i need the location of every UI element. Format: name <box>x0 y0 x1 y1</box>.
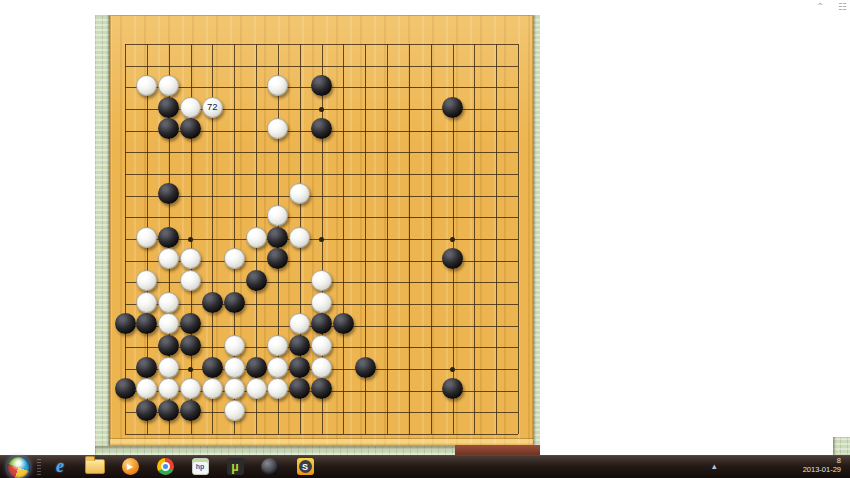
tatami-border-left <box>95 15 110 446</box>
black-stone <box>442 248 463 269</box>
white-stone <box>246 378 267 399</box>
grid-line-vertical <box>431 44 432 434</box>
black-stone <box>158 400 179 421</box>
black-stone <box>136 357 157 378</box>
collapse-chevron-icon[interactable]: ⌃ <box>816 1 824 13</box>
black-stone <box>246 270 267 291</box>
white-stone <box>158 248 179 269</box>
black-stone <box>180 313 201 334</box>
black-stone <box>202 292 223 313</box>
black-stone <box>158 227 179 248</box>
white-stone <box>224 378 245 399</box>
taskbar-icon-utorrent[interactable]: µ <box>223 456 247 477</box>
white-stone <box>246 227 267 248</box>
windows-start-orb[interactable] <box>7 456 30 478</box>
black-stone <box>355 357 376 378</box>
star-point <box>188 367 193 372</box>
white-stone <box>311 357 332 378</box>
white-stone <box>267 118 288 139</box>
utorrent-icon: µ <box>227 458 244 475</box>
white-stone <box>158 378 179 399</box>
black-stone <box>202 357 223 378</box>
internet-explorer-icon: e <box>56 456 64 477</box>
taskbar-icon-file-explorer[interactable] <box>83 456 107 477</box>
taskbar-grip <box>37 458 41 475</box>
white-stone <box>224 400 245 421</box>
go-grid[interactable]: 72 <box>125 44 518 434</box>
taskbar-icon-media-player[interactable]: ▶ <box>118 456 142 477</box>
star-point <box>450 367 455 372</box>
white-stone <box>311 292 332 313</box>
black-stone <box>442 97 463 118</box>
black-stone <box>311 313 332 334</box>
black-stone <box>158 335 179 356</box>
taskbar-icon-hp-app[interactable]: hp <box>188 456 212 477</box>
go-game-app-icon <box>261 458 279 476</box>
white-stone <box>311 335 332 356</box>
star-point <box>188 237 193 242</box>
white-stone <box>158 75 179 96</box>
white-stone <box>180 97 201 118</box>
white-stone <box>158 357 179 378</box>
star-point <box>319 237 324 242</box>
black-stone <box>289 357 310 378</box>
white-stone <box>136 270 157 291</box>
white-stone <box>202 378 223 399</box>
white-stone <box>136 227 157 248</box>
star-point <box>450 237 455 242</box>
white-stone <box>180 270 201 291</box>
taskbar-icon-chrome[interactable] <box>153 456 177 477</box>
tatami-corner-patch <box>833 437 850 455</box>
black-stone <box>311 378 332 399</box>
black-stone <box>180 335 201 356</box>
menu-grid-icon[interactable]: ☷ <box>838 1 847 13</box>
file-explorer-icon <box>85 459 105 474</box>
white-stone <box>180 248 201 269</box>
white-stone <box>289 313 310 334</box>
black-stone <box>158 183 179 204</box>
hp-app-icon: hp <box>192 458 209 475</box>
white-stone <box>267 357 288 378</box>
black-stone <box>442 378 463 399</box>
black-stone <box>115 378 136 399</box>
taskbar-icon-go-game-app[interactable] <box>258 456 282 477</box>
taskbar-icon-s-app[interactable]: S <box>293 456 317 477</box>
black-stone <box>224 292 245 313</box>
white-stone <box>224 357 245 378</box>
white-stone <box>267 205 288 226</box>
black-stone <box>180 118 201 139</box>
white-stone: 72 <box>202 97 223 118</box>
black-stone <box>289 378 310 399</box>
black-stone <box>246 357 267 378</box>
grid-line-vertical <box>409 44 410 434</box>
tray-clock-fragment[interactable]: 8 <box>837 457 841 465</box>
black-stone <box>267 227 288 248</box>
white-stone <box>136 378 157 399</box>
white-stone <box>158 313 179 334</box>
grid-line-horizontal <box>125 434 518 435</box>
white-stone <box>224 248 245 269</box>
black-stone <box>115 313 136 334</box>
media-player-icon: ▶ <box>122 458 139 475</box>
black-stone <box>311 75 332 96</box>
grid-line-vertical <box>343 44 344 434</box>
tatami-border-right <box>533 15 540 446</box>
grid-line-vertical <box>474 44 475 434</box>
black-stone <box>289 335 310 356</box>
s-app-icon: S <box>297 458 314 475</box>
white-stone <box>180 378 201 399</box>
taskbar-icon-internet-explorer[interactable]: e <box>48 456 72 477</box>
grid-line-vertical <box>518 44 519 434</box>
black-stone <box>311 118 332 139</box>
black-stone <box>136 400 157 421</box>
white-stone <box>136 292 157 313</box>
grid-line-vertical <box>496 44 497 434</box>
white-stone <box>136 75 157 96</box>
grid-line-vertical <box>387 44 388 434</box>
black-stone <box>136 313 157 334</box>
white-stone <box>311 270 332 291</box>
move-number-label: 72 <box>207 102 218 112</box>
black-stone <box>180 400 201 421</box>
tray-date[interactable]: 2013-01-29 <box>803 466 841 474</box>
black-stone <box>158 118 179 139</box>
white-stone <box>289 227 310 248</box>
white-stone <box>267 75 288 96</box>
desktop-screen: { "game": "go", "board": { "size": 19, "… <box>0 0 850 478</box>
chrome-icon <box>157 458 174 475</box>
black-stone <box>158 97 179 118</box>
black-stone <box>267 248 288 269</box>
white-stone <box>158 292 179 313</box>
white-stone <box>224 335 245 356</box>
board-table-edge <box>455 445 540 455</box>
white-stone <box>289 183 310 204</box>
white-stone <box>267 335 288 356</box>
show-hidden-icons-arrow[interactable]: ▴ <box>712 461 717 471</box>
black-stone <box>333 313 354 334</box>
star-point <box>319 107 324 112</box>
white-stone <box>267 378 288 399</box>
go-board-photo: 72 <box>95 15 540 455</box>
